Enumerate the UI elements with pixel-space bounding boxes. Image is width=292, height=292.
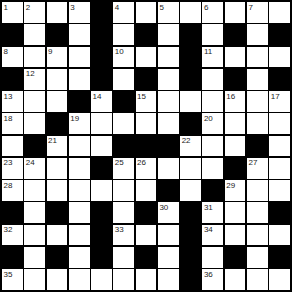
white-cell[interactable]: 4: [113, 2, 134, 23]
white-cell[interactable]: [113, 24, 134, 45]
white-cell[interactable]: 19: [69, 113, 90, 134]
clue-number: 25: [115, 158, 124, 167]
clue-number: 6: [204, 3, 208, 12]
clue-number: 33: [115, 225, 124, 234]
black-cell: [136, 69, 157, 90]
white-cell[interactable]: [247, 47, 268, 68]
white-cell[interactable]: 8: [2, 47, 23, 68]
black-cell: [225, 24, 246, 45]
white-cell[interactable]: 28: [2, 180, 23, 201]
white-cell[interactable]: [47, 69, 68, 90]
white-cell[interactable]: [158, 91, 179, 112]
white-cell[interactable]: 10: [113, 47, 134, 68]
black-cell: [180, 202, 201, 223]
clue-number: 28: [4, 181, 13, 190]
white-cell[interactable]: 18: [2, 113, 23, 134]
white-cell[interactable]: [69, 202, 90, 223]
white-cell[interactable]: 20: [202, 113, 223, 134]
white-cell[interactable]: 29: [225, 180, 246, 201]
clue-number: 5: [159, 3, 163, 12]
white-cell[interactable]: 22: [180, 136, 201, 157]
black-cell: [24, 136, 45, 157]
white-cell[interactable]: 15: [136, 91, 157, 112]
white-cell[interactable]: [269, 180, 290, 201]
white-cell[interactable]: 21: [47, 136, 68, 157]
white-cell[interactable]: [225, 202, 246, 223]
black-cell: [113, 136, 134, 157]
white-cell[interactable]: [202, 91, 223, 112]
black-cell: [180, 247, 201, 268]
clue-number: 34: [204, 225, 213, 234]
clue-number: 1: [4, 3, 8, 12]
white-cell[interactable]: [47, 158, 68, 179]
white-cell[interactable]: 24: [24, 158, 45, 179]
white-cell[interactable]: [69, 247, 90, 268]
clue-number: 22: [182, 136, 191, 145]
white-cell[interactable]: [269, 113, 290, 134]
white-cell[interactable]: [269, 47, 290, 68]
black-cell: [269, 24, 290, 45]
white-cell[interactable]: [24, 24, 45, 45]
clue-number: 24: [26, 158, 35, 167]
white-cell[interactable]: [91, 113, 112, 134]
white-cell[interactable]: [202, 69, 223, 90]
black-cell: [225, 158, 246, 179]
crossword-board: 1234567891011121314151617181920212223242…: [0, 0, 292, 292]
white-cell[interactable]: [225, 225, 246, 246]
white-cell[interactable]: 27: [247, 158, 268, 179]
white-cell[interactable]: 32: [2, 225, 23, 246]
white-cell[interactable]: [24, 180, 45, 201]
black-cell: [202, 180, 223, 201]
white-cell[interactable]: [247, 225, 268, 246]
white-cell[interactable]: [202, 24, 223, 45]
black-cell: [269, 69, 290, 90]
clue-number: 7: [248, 3, 252, 12]
white-cell[interactable]: [47, 225, 68, 246]
black-cell: [180, 69, 201, 90]
clue-number: 26: [137, 158, 146, 167]
white-cell[interactable]: [69, 47, 90, 68]
black-cell: [91, 158, 112, 179]
white-cell[interactable]: [158, 158, 179, 179]
white-cell[interactable]: 26: [136, 158, 157, 179]
black-cell: [180, 24, 201, 45]
black-cell: [91, 47, 112, 68]
white-cell[interactable]: [24, 225, 45, 246]
white-cell[interactable]: [24, 269, 45, 290]
white-cell[interactable]: [225, 113, 246, 134]
white-cell[interactable]: 33: [113, 225, 134, 246]
clue-number: 29: [226, 181, 235, 190]
black-cell: [2, 247, 23, 268]
clue-number: 21: [48, 136, 57, 145]
clue-number: 4: [115, 3, 119, 12]
clue-number: 13: [4, 92, 13, 101]
clue-number: 32: [4, 225, 13, 234]
black-cell: [91, 69, 112, 90]
black-cell: [225, 69, 246, 90]
white-cell[interactable]: [69, 180, 90, 201]
clue-number: 3: [70, 3, 74, 12]
white-cell[interactable]: 9: [47, 47, 68, 68]
white-cell[interactable]: [69, 269, 90, 290]
clue-number: 2: [26, 3, 30, 12]
white-cell[interactable]: 30: [158, 202, 179, 223]
clue-number: 17: [271, 92, 280, 101]
white-cell[interactable]: [2, 136, 23, 157]
black-cell: [158, 180, 179, 201]
white-cell[interactable]: [91, 180, 112, 201]
clue-number: 11: [204, 47, 212, 56]
white-cell[interactable]: [225, 47, 246, 68]
white-cell[interactable]: [113, 247, 134, 268]
white-cell[interactable]: [202, 247, 223, 268]
white-cell[interactable]: [47, 2, 68, 23]
white-cell[interactable]: [202, 158, 223, 179]
white-cell[interactable]: [69, 158, 90, 179]
white-cell[interactable]: 16: [225, 91, 246, 112]
black-cell: [225, 247, 246, 268]
clue-number: 14: [93, 92, 102, 101]
white-cell[interactable]: [136, 47, 157, 68]
white-cell[interactable]: [180, 158, 201, 179]
black-cell: [180, 269, 201, 290]
black-cell: [91, 225, 112, 246]
clue-number: 9: [48, 47, 52, 56]
white-cell[interactable]: [113, 69, 134, 90]
clue-number: 15: [137, 92, 146, 101]
white-cell[interactable]: [113, 113, 134, 134]
white-cell[interactable]: [247, 247, 268, 268]
white-cell[interactable]: [158, 225, 179, 246]
clue-number: 18: [4, 114, 13, 123]
black-cell: [47, 113, 68, 134]
white-cell[interactable]: [69, 24, 90, 45]
white-cell[interactable]: [47, 180, 68, 201]
white-cell[interactable]: [91, 136, 112, 157]
white-cell[interactable]: [91, 269, 112, 290]
white-cell[interactable]: 13: [2, 91, 23, 112]
black-cell: [180, 113, 201, 134]
white-cell[interactable]: 2: [24, 2, 45, 23]
white-cell[interactable]: [136, 269, 157, 290]
clue-number: 36: [204, 270, 213, 279]
clue-number: 12: [26, 69, 35, 78]
white-cell[interactable]: 3: [69, 2, 90, 23]
white-cell[interactable]: 35: [2, 269, 23, 290]
white-cell[interactable]: 12: [24, 69, 45, 90]
white-cell[interactable]: 14: [91, 91, 112, 112]
white-cell[interactable]: [136, 180, 157, 201]
white-cell[interactable]: [69, 225, 90, 246]
white-cell[interactable]: [180, 91, 201, 112]
white-cell[interactable]: [269, 158, 290, 179]
black-cell: [47, 202, 68, 223]
clue-number: 16: [226, 92, 235, 101]
white-cell[interactable]: [247, 24, 268, 45]
white-cell[interactable]: [24, 113, 45, 134]
black-cell: [180, 47, 201, 68]
white-cell[interactable]: [269, 225, 290, 246]
black-cell: [136, 24, 157, 45]
white-cell[interactable]: [136, 113, 157, 134]
white-cell[interactable]: 23: [2, 158, 23, 179]
black-cell: [69, 91, 90, 112]
white-cell[interactable]: [47, 269, 68, 290]
white-cell[interactable]: 7: [247, 2, 268, 23]
white-cell[interactable]: [247, 113, 268, 134]
white-cell[interactable]: [247, 269, 268, 290]
white-cell[interactable]: [202, 136, 223, 157]
black-cell: [136, 136, 157, 157]
clue-number: 19: [70, 114, 79, 123]
black-cell: [113, 91, 134, 112]
white-cell[interactable]: 5: [158, 2, 179, 23]
white-cell[interactable]: [158, 247, 179, 268]
white-cell[interactable]: [269, 2, 290, 23]
white-cell[interactable]: [69, 69, 90, 90]
white-cell[interactable]: [113, 269, 134, 290]
white-cell[interactable]: [136, 2, 157, 23]
clue-number: 30: [159, 203, 168, 212]
white-cell[interactable]: [269, 136, 290, 157]
white-cell[interactable]: [247, 91, 268, 112]
black-cell: [91, 202, 112, 223]
white-cell[interactable]: 34: [202, 225, 223, 246]
clue-number: 27: [248, 158, 257, 167]
black-cell: [136, 202, 157, 223]
white-cell[interactable]: [180, 180, 201, 201]
black-cell: [180, 225, 201, 246]
white-cell[interactable]: [24, 247, 45, 268]
white-cell[interactable]: 11: [202, 47, 223, 68]
white-cell[interactable]: [225, 2, 246, 23]
black-cell: [47, 247, 68, 268]
white-cell[interactable]: [158, 269, 179, 290]
white-cell[interactable]: [158, 47, 179, 68]
white-cell[interactable]: 36: [202, 269, 223, 290]
white-cell[interactable]: [24, 47, 45, 68]
white-cell[interactable]: [69, 136, 90, 157]
clue-number: 10: [115, 47, 124, 56]
black-cell: [2, 69, 23, 90]
white-cell[interactable]: [113, 202, 134, 223]
white-cell[interactable]: [158, 24, 179, 45]
black-cell: [158, 136, 179, 157]
clue-number: 31: [204, 203, 213, 212]
white-cell[interactable]: [24, 202, 45, 223]
black-cell: [47, 24, 68, 45]
black-cell: [91, 247, 112, 268]
white-cell[interactable]: [136, 225, 157, 246]
white-cell[interactable]: 25: [113, 158, 134, 179]
white-cell[interactable]: 6: [202, 2, 223, 23]
black-cell: [269, 202, 290, 223]
white-cell[interactable]: [158, 113, 179, 134]
black-cell: [2, 24, 23, 45]
white-cell[interactable]: [180, 2, 201, 23]
black-cell: [91, 2, 112, 23]
white-cell[interactable]: [47, 91, 68, 112]
white-cell[interactable]: 17: [269, 91, 290, 112]
white-cell[interactable]: 1: [2, 2, 23, 23]
black-cell: [2, 202, 23, 223]
black-cell: [91, 24, 112, 45]
white-cell[interactable]: [247, 180, 268, 201]
clue-number: 23: [4, 158, 13, 167]
white-cell[interactable]: [158, 69, 179, 90]
black-cell: [247, 136, 268, 157]
white-cell[interactable]: [247, 69, 268, 90]
clue-number: 8: [4, 47, 8, 56]
white-cell[interactable]: [225, 136, 246, 157]
black-cell: [136, 247, 157, 268]
white-cell[interactable]: [113, 180, 134, 201]
white-cell[interactable]: 31: [202, 202, 223, 223]
clue-number: 35: [4, 270, 13, 279]
white-cell[interactable]: [225, 269, 246, 290]
black-cell: [269, 247, 290, 268]
clue-number: 20: [204, 114, 213, 123]
white-cell[interactable]: [247, 202, 268, 223]
white-cell[interactable]: [24, 91, 45, 112]
white-cell[interactable]: [269, 269, 290, 290]
